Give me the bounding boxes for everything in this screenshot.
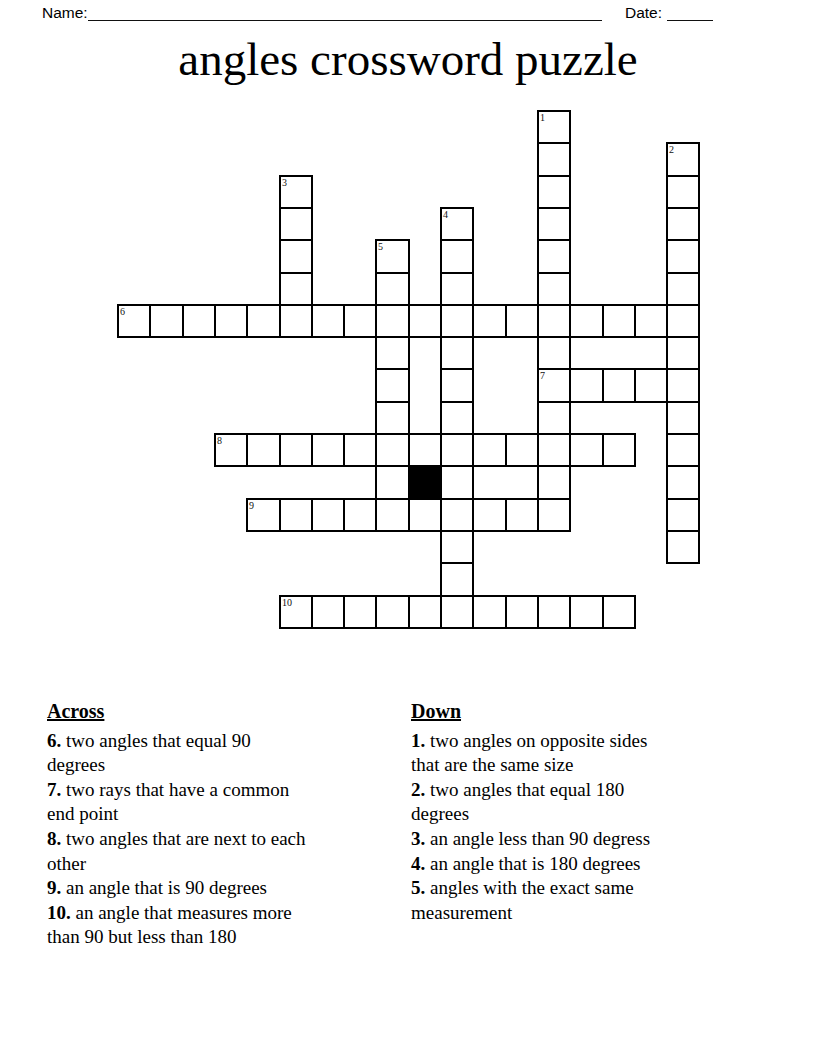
answer-cell[interactable]	[279, 272, 313, 306]
answer-cell[interactable]	[375, 433, 410, 467]
answer-cell[interactable]	[666, 530, 700, 564]
answer-cell[interactable]	[440, 465, 474, 500]
clue-number: 6	[120, 306, 125, 317]
answer-cell[interactable]	[279, 433, 313, 467]
answer-cell[interactable]	[472, 433, 507, 467]
clue-number-label: 2.	[411, 779, 425, 800]
answer-cell[interactable]	[666, 175, 700, 209]
answer-cell[interactable]	[440, 562, 474, 597]
clue-7-cont: end point	[47, 802, 411, 827]
answer-cell[interactable]	[537, 272, 571, 306]
clue-number: 4	[443, 209, 448, 220]
answer-cell[interactable]: 1	[537, 110, 571, 144]
down-clues-section: Down 1. two angles on opposite sidesthat…	[411, 699, 775, 925]
answer-cell[interactable]: 7	[537, 368, 571, 403]
answer-cell[interactable]	[634, 304, 668, 338]
answer-cell[interactable]	[666, 498, 700, 532]
answer-cell[interactable]	[343, 304, 377, 338]
answer-cell[interactable]	[311, 595, 345, 629]
clue-8: 8. two angles that are next to each	[47, 827, 411, 852]
answer-cell[interactable]	[343, 498, 377, 532]
clue-number-label: 4.	[411, 853, 425, 874]
answer-cell[interactable]	[440, 272, 474, 306]
clue-number-label: 9.	[47, 877, 61, 898]
answer-cell[interactable]	[666, 465, 700, 500]
answer-cell[interactable]	[246, 304, 281, 338]
clue-5: 5. angles with the exact same	[411, 876, 775, 901]
answer-cell[interactable]	[569, 304, 604, 338]
across-clue-list: 6. two angles that equal 90degrees7. two…	[47, 729, 411, 950]
answer-cell[interactable]	[343, 595, 377, 629]
answer-cell[interactable]	[408, 304, 442, 338]
answer-cell[interactable]	[634, 368, 668, 403]
answer-cell[interactable]	[666, 336, 700, 370]
answer-cell[interactable]	[343, 433, 377, 467]
answer-cell[interactable]: 5	[375, 239, 410, 274]
answer-cell[interactable]	[537, 207, 571, 241]
answer-cell[interactable]	[408, 595, 442, 629]
answer-cell[interactable]	[149, 304, 184, 338]
down-header: Down	[411, 699, 775, 724]
answer-cell[interactable]	[440, 304, 474, 338]
answer-cell[interactable]	[505, 595, 539, 629]
answer-cell[interactable]: 10	[279, 595, 313, 629]
answer-cell[interactable]	[440, 401, 474, 435]
answer-cell[interactable]	[375, 368, 410, 403]
answer-cell[interactable]	[375, 595, 410, 629]
answer-cell[interactable]	[666, 272, 700, 306]
answer-cell[interactable]	[279, 498, 313, 532]
answer-cell[interactable]	[440, 498, 474, 532]
clue-3: 3. an angle less than 90 degress	[411, 827, 775, 852]
clue-1-cont: that are the same size	[411, 753, 775, 778]
answer-cell[interactable]	[440, 433, 474, 467]
across-header: Across	[47, 699, 411, 724]
answer-cell[interactable]	[602, 595, 636, 629]
clue-number: 8	[217, 435, 222, 446]
answer-cell[interactable]	[375, 304, 410, 338]
answer-cell[interactable]	[375, 336, 410, 370]
clue-number-label: 10.	[47, 902, 71, 923]
answer-cell[interactable]	[375, 465, 410, 500]
answer-cell[interactable]	[214, 304, 248, 338]
answer-cell[interactable]	[375, 401, 410, 435]
answer-cell[interactable]	[666, 433, 700, 467]
blocked-cell	[408, 465, 442, 500]
answer-cell[interactable]	[569, 595, 604, 629]
answer-cell[interactable]	[505, 498, 539, 532]
answer-cell[interactable]	[375, 498, 410, 532]
answer-cell[interactable]	[440, 368, 474, 403]
answer-cell[interactable]	[666, 207, 700, 241]
answer-cell[interactable]	[472, 498, 507, 532]
across-clues-section: Across 6. two angles that equal 90degree…	[47, 699, 411, 950]
clue-2-cont: degrees	[411, 802, 775, 827]
answer-cell[interactable]	[472, 595, 507, 629]
clue-10: 10. an angle that measures more	[47, 901, 411, 926]
answer-cell[interactable]	[537, 304, 571, 338]
answer-cell[interactable]	[246, 433, 281, 467]
answer-cell[interactable]: 4	[440, 207, 474, 241]
answer-cell[interactable]	[537, 239, 571, 274]
clue-number-label: 5.	[411, 877, 425, 898]
clue-number-label: 8.	[47, 828, 61, 849]
answer-cell[interactable]	[537, 142, 571, 177]
clue-10-cont: than 90 but less than 180	[47, 925, 411, 950]
answer-cell[interactable]	[311, 304, 345, 338]
answer-cell[interactable]	[537, 465, 571, 500]
clue-6-cont: degrees	[47, 753, 411, 778]
answer-cell[interactable]	[602, 368, 636, 403]
clue-4: 4. an angle that is 180 degrees	[411, 852, 775, 877]
answer-cell[interactable]	[440, 530, 474, 564]
clue-number-label: 1.	[411, 730, 425, 751]
answer-cell[interactable]: 6	[117, 304, 151, 338]
answer-cell[interactable]	[537, 336, 571, 370]
answer-cell[interactable]	[279, 304, 313, 338]
crossword-grid: 12345678910	[0, 0, 816, 700]
clue-number: 1	[540, 112, 545, 123]
clue-7: 7. two rays that have a common	[47, 778, 411, 803]
answer-cell[interactable]	[279, 239, 313, 274]
answer-cell[interactable]: 8	[214, 433, 248, 467]
clue-number: 3	[282, 177, 287, 188]
answer-cell[interactable]	[569, 368, 604, 403]
answer-cell[interactable]	[602, 433, 636, 467]
clue-number: 9	[249, 500, 254, 511]
answer-cell[interactable]: 2	[666, 142, 700, 177]
answer-cell[interactable]: 9	[246, 498, 281, 532]
answer-cell[interactable]	[666, 401, 700, 435]
answer-cell[interactable]	[666, 239, 700, 274]
clue-8-cont: other	[47, 852, 411, 877]
answer-cell[interactable]: 3	[279, 175, 313, 209]
clue-1: 1. two angles on opposite sides	[411, 729, 775, 754]
clue-5-cont: measurement	[411, 901, 775, 926]
answer-cell[interactable]	[537, 401, 571, 435]
answer-cell[interactable]	[505, 304, 539, 338]
answer-cell[interactable]	[440, 595, 474, 629]
clue-number: 2	[669, 144, 674, 155]
answer-cell[interactable]	[408, 433, 442, 467]
clue-number-label: 7.	[47, 779, 61, 800]
answer-cell[interactable]	[537, 595, 571, 629]
answer-cell[interactable]	[666, 368, 700, 403]
answer-cell[interactable]	[440, 336, 474, 370]
clue-number-label: 3.	[411, 828, 425, 849]
answer-cell[interactable]	[537, 175, 571, 209]
answer-cell[interactable]	[602, 304, 636, 338]
down-clue-list: 1. two angles on opposite sidesthat are …	[411, 729, 775, 926]
answer-cell[interactable]	[408, 498, 442, 532]
answer-cell[interactable]	[472, 304, 507, 338]
clue-number: 10	[282, 597, 292, 608]
answer-cell[interactable]	[182, 304, 216, 338]
answer-cell[interactable]	[569, 433, 604, 467]
answer-cell[interactable]	[311, 498, 345, 532]
clue-9: 9. an angle that is 90 degrees	[47, 876, 411, 901]
clue-number: 7	[540, 370, 545, 381]
clue-number: 5	[378, 241, 383, 252]
clue-number-label: 6.	[47, 730, 61, 751]
answer-cell[interactable]	[666, 304, 700, 338]
answer-cell[interactable]	[440, 239, 474, 274]
answer-cell[interactable]	[505, 433, 539, 467]
answer-cell[interactable]	[537, 498, 571, 532]
answer-cell[interactable]	[375, 272, 410, 306]
answer-cell[interactable]	[311, 433, 345, 467]
clue-2: 2. two angles that equal 180	[411, 778, 775, 803]
answer-cell[interactable]	[279, 207, 313, 241]
answer-cell[interactable]	[537, 433, 571, 467]
clue-6: 6. two angles that equal 90	[47, 729, 411, 754]
